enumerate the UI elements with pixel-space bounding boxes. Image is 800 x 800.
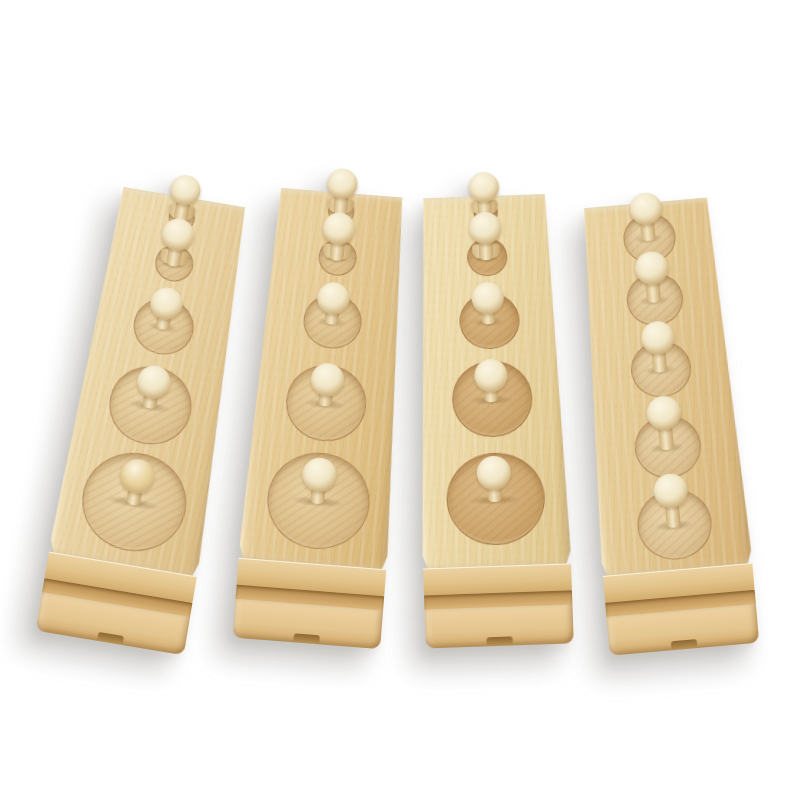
base-notch: [487, 636, 513, 646]
base-notch: [97, 632, 124, 645]
base-notch: [671, 639, 698, 650]
block-top-face: [571, 196, 753, 576]
block-base: [425, 604, 574, 648]
cylinder-block-4: [571, 196, 759, 655]
cylinder-block-2: [232, 187, 415, 649]
product-photo-scene: [0, 0, 800, 800]
block-top-face: [49, 185, 258, 577]
base-notch: [293, 633, 320, 644]
cylinder-block-3: [410, 194, 574, 649]
block-top-face: [239, 187, 416, 569]
block-top-face: [410, 194, 571, 569]
cylinder-block-1: [36, 185, 259, 656]
